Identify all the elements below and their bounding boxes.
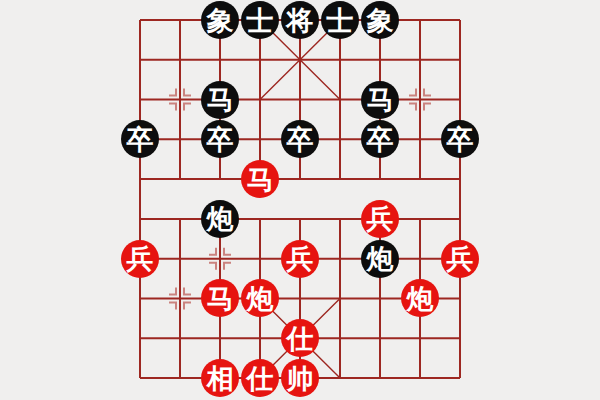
piece-black-elephant[interactable]: 象 [361,1,399,39]
piece-black-soldier[interactable]: 卒 [121,120,159,158]
piece-black-advisor[interactable]: 士 [241,1,279,39]
piece-red-general[interactable]: 帅 [281,359,319,397]
piece-black-advisor[interactable]: 士 [321,1,359,39]
piece-red-cannon[interactable]: 炮 [401,279,439,317]
piece-red-horse[interactable]: 马 [241,160,279,198]
piece-black-cannon[interactable]: 炮 [201,200,239,238]
piece-red-cannon[interactable]: 炮 [241,279,279,317]
piece-red-soldier[interactable]: 兵 [361,200,399,238]
piece-black-cannon[interactable]: 炮 [361,240,399,278]
piece-black-soldier[interactable]: 卒 [201,120,239,158]
piece-red-soldier[interactable]: 兵 [121,240,159,278]
piece-red-soldier[interactable]: 兵 [441,240,479,278]
piece-black-elephant[interactable]: 象 [201,1,239,39]
piece-red-soldier[interactable]: 兵 [281,240,319,278]
xiangqi-board[interactable]: 象士将士象马马卒卒卒卒卒炮炮马兵兵兵兵马炮炮仕相仕帅 [0,0,600,400]
piece-black-soldier[interactable]: 卒 [441,120,479,158]
piece-red-advisor[interactable]: 仕 [281,319,319,357]
piece-black-soldier[interactable]: 卒 [281,120,319,158]
piece-black-general[interactable]: 将 [281,1,319,39]
piece-red-horse[interactable]: 马 [201,279,239,317]
piece-black-horse[interactable]: 马 [361,81,399,119]
piece-black-soldier[interactable]: 卒 [361,120,399,158]
piece-black-horse[interactable]: 马 [201,81,239,119]
piece-red-advisor[interactable]: 仕 [241,359,279,397]
piece-red-elephant[interactable]: 相 [201,359,239,397]
